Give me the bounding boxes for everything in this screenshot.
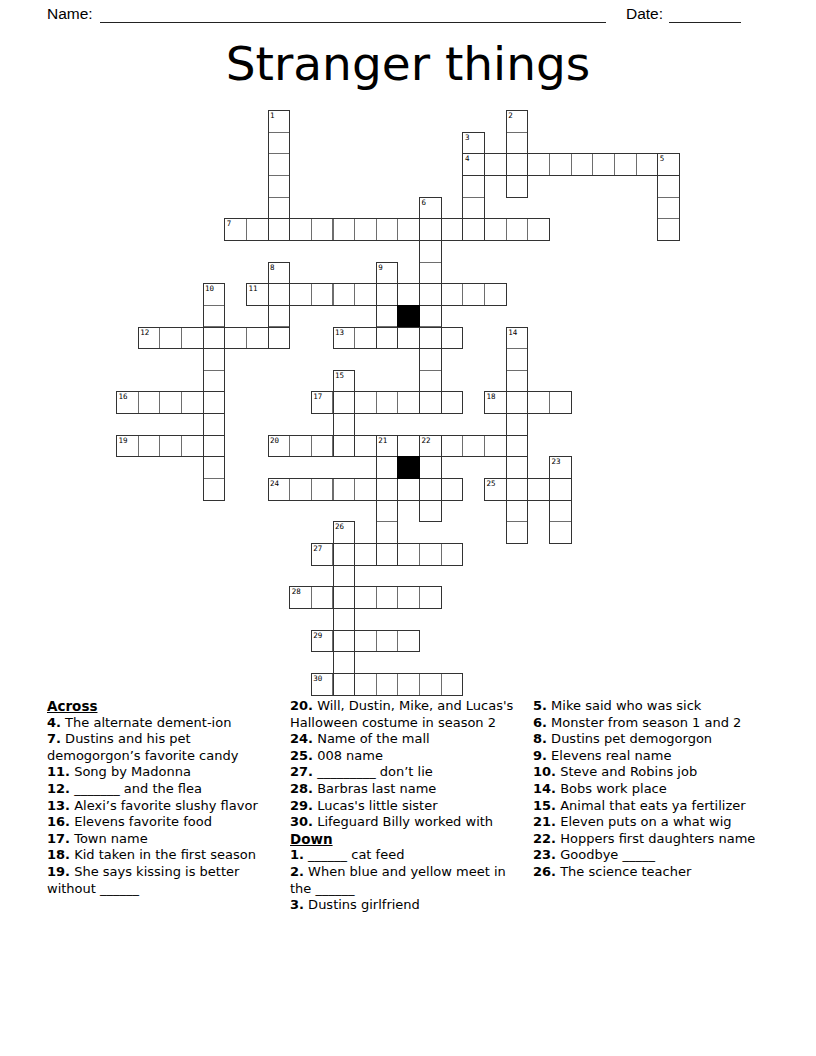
clue-8-down: 8. Dustins pet demogorgon (533, 731, 758, 748)
grid-cell[interactable] (289, 283, 312, 306)
grid-cell[interactable] (657, 175, 680, 198)
grid-cell[interactable] (419, 327, 442, 350)
grid-cell[interactable] (311, 218, 334, 241)
grid-cell[interactable] (333, 565, 356, 588)
grid-cell[interactable] (268, 132, 291, 155)
clue-number: 20. (290, 698, 313, 713)
grid-cell[interactable] (397, 435, 420, 458)
grid-cell[interactable]: 23 (549, 456, 572, 479)
grid-cell[interactable] (419, 478, 442, 501)
grid-cell[interactable] (203, 456, 226, 479)
clue-number: 6. (533, 715, 547, 730)
clue-13-across: 13. Alexi’s favorite slushy flavor (47, 798, 272, 815)
clue-15-down: 15. Animal that eats ya fertilizer (533, 798, 758, 815)
grid-cell[interactable] (484, 283, 507, 306)
grid-cell[interactable] (397, 630, 420, 653)
grid-cell[interactable]: 19 (116, 435, 139, 458)
grid-cell[interactable] (354, 673, 377, 696)
grid-cell[interactable] (376, 391, 399, 414)
grid-cell[interactable] (246, 327, 269, 350)
grid-cell[interactable] (333, 673, 356, 696)
cell-number: 1 (270, 111, 275, 120)
grid-cell[interactable] (419, 283, 442, 306)
clue-23-down: 23. Goodbye _____ (533, 847, 758, 864)
grid-cell[interactable]: 4 (462, 153, 485, 176)
clue-17-across: 17. Town name (47, 831, 272, 848)
grid-cell[interactable] (203, 391, 226, 414)
grid-cell[interactable]: 11 (246, 283, 269, 306)
clue-number: 29. (290, 798, 313, 813)
clue-16-across: 16. Elevens favorite food (47, 814, 272, 831)
grid-cell[interactable] (462, 197, 485, 220)
grid-cell[interactable] (592, 153, 615, 176)
grid-cell[interactable] (333, 651, 356, 674)
clue-column-1: Across4. The alternate dement-ion7. Dust… (47, 698, 272, 914)
cell-number: 13 (335, 328, 344, 337)
clue-28-across: 28. Barbras last name (290, 781, 515, 798)
grid-cell[interactable] (527, 218, 550, 241)
clue-number: 9. (533, 748, 547, 763)
grid-cell[interactable] (376, 586, 399, 609)
grid-cell[interactable]: 30 (311, 673, 334, 696)
grid-cell[interactable] (333, 391, 356, 414)
grid-cell[interactable] (506, 435, 529, 458)
grid-cell[interactable] (203, 348, 226, 371)
clue-number: 30. (290, 814, 313, 829)
clue-number: 23. (533, 847, 556, 862)
grid-cell[interactable] (441, 283, 464, 306)
cell-number: 8 (270, 263, 275, 272)
grid-cell[interactable] (376, 630, 399, 653)
grid-cell[interactable] (203, 327, 226, 350)
grid-cell[interactable] (549, 153, 572, 176)
grid-cell[interactable] (289, 218, 312, 241)
grid-cell[interactable] (181, 327, 204, 350)
grid-cell[interactable]: 25 (484, 478, 507, 501)
grid-cell[interactable] (376, 218, 399, 241)
clue-29-across: 29. Lucas's little sister (290, 798, 515, 815)
grid-cell[interactable] (657, 218, 680, 241)
clue-2-down: 2. When blue and yellow meet in the ____… (290, 864, 515, 897)
grid-cell[interactable] (354, 283, 377, 306)
grid-cell[interactable] (268, 283, 291, 306)
cell-number: 19 (119, 436, 128, 445)
grid-cell[interactable]: 15 (333, 370, 356, 393)
grid-cell[interactable]: 17 (311, 391, 334, 414)
grid-cell[interactable] (506, 218, 529, 241)
clue-12-across: 12. _______ and the flea (47, 781, 272, 798)
grid-cell[interactable] (354, 543, 377, 566)
cell-number: 30 (313, 674, 322, 683)
cell-number: 21 (378, 436, 387, 445)
grid-cell[interactable] (354, 586, 377, 609)
grid-cell[interactable] (419, 673, 442, 696)
clue-number: 24. (290, 731, 313, 746)
cell-number: 4 (465, 154, 470, 163)
clue-number: 7. (47, 731, 61, 746)
cell-number: 22 (422, 436, 431, 445)
grid-cell[interactable] (549, 521, 572, 544)
cell-number: 5 (660, 154, 665, 163)
grid-cell[interactable] (159, 391, 182, 414)
cell-number: 25 (487, 479, 496, 488)
grid-cell[interactable] (376, 673, 399, 696)
black-cell (397, 456, 420, 479)
clue-number: 21. (533, 814, 556, 829)
black-cell (397, 305, 420, 328)
grid-cell[interactable]: 5 (657, 153, 680, 176)
grid-cell[interactable] (397, 478, 420, 501)
grid-cell[interactable] (419, 262, 442, 285)
grid-cell[interactable] (462, 283, 485, 306)
grid-cell[interactable] (203, 413, 226, 436)
grid-cell[interactable] (397, 673, 420, 696)
cell-number: 3 (465, 133, 470, 142)
grid-cell[interactable] (397, 218, 420, 241)
grid-cell[interactable] (354, 435, 377, 458)
grid-cell[interactable] (268, 197, 291, 220)
clue-number: 19. (47, 864, 70, 879)
grid-cell[interactable] (376, 521, 399, 544)
grid-cell[interactable]: 26 (333, 521, 356, 544)
grid-cell[interactable] (138, 435, 161, 458)
grid-cell[interactable] (614, 153, 637, 176)
grid-cell[interactable]: 21 (376, 435, 399, 458)
grid-cell[interactable] (203, 478, 226, 501)
cell-number: 14 (508, 328, 517, 337)
grid-cell[interactable] (268, 305, 291, 328)
grid-cell[interactable] (527, 478, 550, 501)
grid-cell[interactable] (506, 370, 529, 393)
grid-cell[interactable] (419, 391, 442, 414)
grid-cell[interactable] (333, 543, 356, 566)
name-fill-line[interactable] (100, 22, 606, 23)
clue-30-across: 30. Lifeguard Billy worked with (290, 814, 515, 831)
grid-cell[interactable] (419, 456, 442, 479)
grid-cell[interactable] (549, 500, 572, 523)
grid-cell[interactable] (506, 391, 529, 414)
clue-number: 13. (47, 798, 70, 813)
clue-number: 11. (47, 764, 70, 779)
grid-cell[interactable] (419, 348, 442, 371)
cell-number: 7 (227, 219, 232, 228)
clue-number: 28. (290, 781, 313, 796)
grid-cell[interactable] (203, 435, 226, 458)
clue-7-across: 7. Dustins and his pet demogorgon’s favo… (47, 731, 272, 764)
grid-cell[interactable] (333, 218, 356, 241)
grid-cell[interactable] (333, 413, 356, 436)
grid-cell[interactable]: 20 (268, 435, 291, 458)
grid-cell[interactable] (311, 283, 334, 306)
grid-cell[interactable] (571, 153, 594, 176)
grid-cell[interactable] (311, 435, 334, 458)
clue-number: 14. (533, 781, 556, 796)
worksheet-page: Name: Date: Stranger things 123456789101… (0, 0, 816, 1056)
clue-number: 16. (47, 814, 70, 829)
grid-cell[interactable]: 1 (268, 110, 291, 133)
clue-number: 3. (290, 897, 304, 912)
grid-cell[interactable] (311, 586, 334, 609)
clue-number: 25. (290, 748, 313, 763)
grid-cell[interactable] (441, 327, 464, 350)
clue-10-down: 10. Steve and Robins job (533, 764, 758, 781)
cell-number: 18 (487, 392, 496, 401)
grid-cell[interactable] (333, 435, 356, 458)
grid-cell[interactable] (462, 435, 485, 458)
grid-cell[interactable] (441, 218, 464, 241)
grid-cell[interactable] (311, 478, 334, 501)
grid-cell[interactable] (484, 435, 507, 458)
grid-cell[interactable] (506, 478, 529, 501)
clue-24-across: 24. Name of the mall (290, 731, 515, 748)
cell-number: 12 (140, 328, 149, 337)
clue-number: 18. (47, 847, 70, 862)
clue-18-across: 18. Kid taken in the first season (47, 847, 272, 864)
grid-cell[interactable] (462, 175, 485, 198)
grid-cell[interactable] (484, 153, 507, 176)
grid-cell[interactable]: 8 (268, 262, 291, 285)
grid-cell[interactable] (397, 327, 420, 350)
cell-number: 9 (378, 263, 383, 272)
grid-cell[interactable] (333, 586, 356, 609)
grid-cell[interactable]: 22 (419, 435, 442, 458)
grid-cell[interactable] (419, 305, 442, 328)
clue-number: 1. (290, 847, 304, 862)
grid-cell[interactable] (549, 478, 572, 501)
grid-cell[interactable] (484, 218, 507, 241)
grid-cell[interactable] (506, 175, 529, 198)
grid-cell[interactable] (376, 456, 399, 479)
grid-cell[interactable] (419, 218, 442, 241)
clue-3-down: 3. Dustins girlfriend (290, 897, 515, 914)
grid-cell[interactable] (549, 391, 572, 414)
clue-6-down: 6. Monster from season 1 and 2 (533, 715, 758, 732)
cell-number: 15 (335, 371, 344, 380)
grid-cell[interactable]: 13 (333, 327, 356, 350)
grid-cell[interactable]: 2 (506, 110, 529, 133)
cell-number: 24 (270, 479, 279, 488)
clue-9-down: 9. Elevens real name (533, 748, 758, 765)
clue-number: 10. (533, 764, 556, 779)
clue-number: 8. (533, 731, 547, 746)
grid-cell[interactable] (462, 218, 485, 241)
grid-cell[interactable] (376, 478, 399, 501)
name-label: Name: (47, 5, 93, 23)
grid-cell[interactable] (419, 240, 442, 263)
grid-cell[interactable] (333, 608, 356, 631)
clue-20-across: 20. Will, Dustin, Mike, and Lucas's Hall… (290, 698, 515, 731)
grid-cell[interactable]: 28 (289, 586, 312, 609)
grid-cell[interactable] (441, 435, 464, 458)
clue-22-down: 22. Hoppers first daughters name (533, 831, 758, 848)
clue-number: 15. (533, 798, 556, 813)
grid-cell[interactable] (397, 391, 420, 414)
grid-cell[interactable] (397, 586, 420, 609)
grid-cell[interactable] (506, 348, 529, 371)
grid-cell[interactable] (441, 478, 464, 501)
grid-cell[interactable]: 10 (203, 283, 226, 306)
grid-cell[interactable] (203, 370, 226, 393)
grid-cell[interactable] (268, 153, 291, 176)
grid-cell[interactable] (333, 478, 356, 501)
grid-cell[interactable] (289, 435, 312, 458)
grid-cell[interactable] (636, 153, 659, 176)
cell-number: 6 (422, 198, 427, 207)
grid-cell[interactable] (397, 543, 420, 566)
clue-number: 2. (290, 864, 304, 879)
grid-cell[interactable] (354, 327, 377, 350)
clue-column-2: 20. Will, Dustin, Mike, and Lucas's Hall… (290, 698, 515, 914)
grid-cell[interactable] (506, 153, 529, 176)
grid-cell[interactable] (289, 478, 312, 501)
grid-cell[interactable] (159, 327, 182, 350)
cell-number: 2 (508, 111, 513, 120)
grid-cell[interactable] (376, 305, 399, 328)
grid-cell[interactable] (376, 327, 399, 350)
clue-5-down: 5. Mike said who was sick (533, 698, 758, 715)
grid-cell[interactable] (527, 391, 550, 414)
grid-cell[interactable] (268, 327, 291, 350)
cell-number: 26 (335, 522, 344, 531)
clue-11-across: 11. Song by Madonna (47, 764, 272, 781)
grid-cell[interactable]: 18 (484, 391, 507, 414)
grid-cell[interactable]: 6 (419, 197, 442, 220)
grid-cell[interactable] (268, 218, 291, 241)
grid-cell[interactable] (333, 630, 356, 653)
date-label: Date: (626, 5, 663, 23)
grid-cell[interactable] (657, 197, 680, 220)
clue-number: 4. (47, 715, 61, 730)
clue-25-across: 25. 008 name (290, 748, 515, 765)
cell-number: 11 (248, 284, 257, 293)
grid-cell[interactable] (506, 521, 529, 544)
grid-cell[interactable]: 24 (268, 478, 291, 501)
grid-cell[interactable] (224, 327, 247, 350)
clue-number: 17. (47, 831, 70, 846)
grid-cell[interactable] (441, 391, 464, 414)
grid-cell[interactable] (376, 500, 399, 523)
grid-cell[interactable] (506, 413, 529, 436)
grid-cell[interactable] (506, 500, 529, 523)
grid-cell[interactable]: 14 (506, 327, 529, 350)
grid-cell[interactable]: 3 (462, 132, 485, 155)
cell-number: 17 (313, 392, 322, 401)
grid-cell[interactable] (376, 543, 399, 566)
cell-number: 27 (313, 544, 322, 553)
across-heading: Across (47, 698, 272, 715)
grid-cell[interactable] (419, 586, 442, 609)
cell-number: 28 (292, 587, 301, 596)
puzzle-title: Stranger things (0, 36, 816, 91)
date-fill-line[interactable] (669, 22, 741, 23)
grid-cell[interactable]: 7 (224, 218, 247, 241)
grid-cell[interactable] (376, 283, 399, 306)
grid-cell[interactable] (354, 630, 377, 653)
grid-cell[interactable] (268, 175, 291, 198)
grid-cell[interactable] (397, 283, 420, 306)
grid-cell[interactable] (441, 543, 464, 566)
grid-cell[interactable] (203, 305, 226, 328)
clue-1-down: 1. ______ cat feed (290, 847, 515, 864)
clue-26-down: 26. The science teacher (533, 864, 758, 881)
cell-number: 20 (270, 436, 279, 445)
grid-cell[interactable] (159, 435, 182, 458)
clue-14-down: 14. Bobs work place (533, 781, 758, 798)
down-heading: Down (290, 831, 515, 848)
grid-cell[interactable]: 27 (311, 543, 334, 566)
grid-cell[interactable] (138, 391, 161, 414)
grid-cell[interactable] (181, 391, 204, 414)
grid-cell[interactable]: 29 (311, 630, 334, 653)
clue-number: 27. (290, 764, 313, 779)
grid-cell[interactable] (419, 370, 442, 393)
grid-cell[interactable]: 9 (376, 262, 399, 285)
clue-number: 12. (47, 781, 70, 796)
cell-number: 29 (313, 631, 322, 640)
clue-number: 22. (533, 831, 556, 846)
clue-panel: Across4. The alternate dement-ion7. Dust… (47, 698, 769, 914)
grid-cell[interactable] (354, 478, 377, 501)
clue-4-across: 4. The alternate dement-ion (47, 715, 272, 732)
grid-cell[interactable] (181, 435, 204, 458)
cell-number: 23 (552, 457, 561, 466)
grid-cell[interactable] (527, 153, 550, 176)
clue-column-3: 5. Mike said who was sick6. Monster from… (533, 698, 758, 914)
clue-19-across: 19. She says kissing is better without _… (47, 864, 272, 897)
grid-cell[interactable] (506, 456, 529, 479)
grid-cell[interactable] (354, 218, 377, 241)
cell-number: 16 (119, 392, 128, 401)
grid-cell[interactable] (419, 543, 442, 566)
grid-cell[interactable] (441, 673, 464, 696)
grid-cell[interactable] (419, 500, 442, 523)
grid-cell[interactable] (354, 391, 377, 414)
clue-27-across: 27. _________ don’t lie (290, 764, 515, 781)
clue-number: 26. (533, 864, 556, 879)
grid-cell[interactable] (246, 218, 269, 241)
grid-cell[interactable]: 16 (116, 391, 139, 414)
cell-number: 10 (205, 284, 214, 293)
grid-cell[interactable]: 12 (138, 327, 161, 350)
clue-21-down: 21. Eleven puts on a what wig (533, 814, 758, 831)
clue-number: 5. (533, 698, 547, 713)
grid-cell[interactable] (333, 283, 356, 306)
grid-cell[interactable] (506, 132, 529, 155)
